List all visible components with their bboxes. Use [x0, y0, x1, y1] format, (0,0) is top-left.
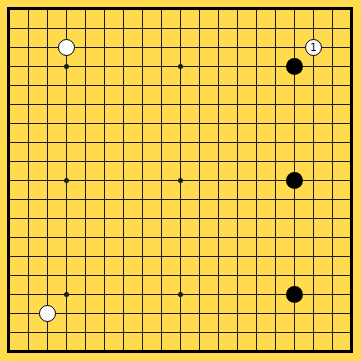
board-intersection[interactable] — [323, 152, 342, 171]
board-intersection[interactable] — [152, 19, 171, 38]
board-intersection[interactable] — [209, 133, 228, 152]
board-intersection[interactable] — [342, 0, 361, 19]
board-intersection[interactable] — [228, 228, 247, 247]
board-intersection[interactable] — [133, 171, 152, 190]
board-intersection[interactable] — [133, 95, 152, 114]
board-intersection[interactable] — [0, 247, 19, 266]
board-intersection[interactable] — [133, 133, 152, 152]
board-intersection[interactable] — [114, 57, 133, 76]
board-intersection[interactable] — [19, 304, 38, 323]
board-intersection[interactable] — [228, 247, 247, 266]
board-intersection[interactable] — [133, 266, 152, 285]
board-intersection[interactable] — [171, 209, 190, 228]
board-intersection[interactable] — [228, 285, 247, 304]
board-intersection[interactable] — [19, 57, 38, 76]
board-intersection[interactable] — [19, 190, 38, 209]
board-intersection[interactable] — [57, 228, 76, 247]
board-intersection[interactable] — [152, 266, 171, 285]
board-intersection[interactable] — [57, 152, 76, 171]
board-intersection[interactable] — [228, 304, 247, 323]
board-intersection[interactable] — [323, 190, 342, 209]
board-intersection[interactable] — [304, 285, 323, 304]
board-intersection[interactable] — [209, 57, 228, 76]
board-intersection[interactable] — [95, 342, 114, 361]
board-intersection[interactable] — [152, 342, 171, 361]
board-intersection[interactable] — [304, 171, 323, 190]
board-intersection[interactable] — [114, 95, 133, 114]
board-intersection[interactable] — [171, 228, 190, 247]
board-intersection[interactable] — [57, 247, 76, 266]
board-intersection[interactable] — [266, 209, 285, 228]
board-intersection[interactable] — [152, 228, 171, 247]
board-intersection[interactable] — [133, 19, 152, 38]
board-intersection[interactable] — [285, 76, 304, 95]
board-intersection[interactable] — [38, 266, 57, 285]
board-intersection[interactable] — [76, 209, 95, 228]
board-intersection[interactable] — [247, 285, 266, 304]
board-intersection[interactable] — [19, 266, 38, 285]
board-intersection[interactable] — [228, 209, 247, 228]
board-intersection[interactable] — [19, 323, 38, 342]
board-intersection[interactable] — [0, 304, 19, 323]
board-intersection[interactable] — [95, 57, 114, 76]
board-intersection[interactable] — [304, 95, 323, 114]
board-intersection[interactable] — [304, 190, 323, 209]
board-intersection[interactable] — [133, 285, 152, 304]
board-intersection[interactable] — [190, 266, 209, 285]
board-intersection[interactable] — [152, 323, 171, 342]
board-intersection[interactable] — [38, 38, 57, 57]
board-intersection[interactable] — [190, 342, 209, 361]
board-intersection[interactable] — [247, 190, 266, 209]
board-intersection[interactable] — [285, 95, 304, 114]
board-intersection[interactable] — [38, 209, 57, 228]
board-intersection[interactable] — [152, 38, 171, 57]
board-intersection[interactable] — [38, 171, 57, 190]
board-intersection[interactable] — [266, 114, 285, 133]
board-intersection[interactable] — [342, 19, 361, 38]
board-intersection[interactable] — [0, 323, 19, 342]
board-intersection[interactable] — [57, 95, 76, 114]
board-intersection[interactable] — [323, 38, 342, 57]
board-intersection[interactable] — [190, 152, 209, 171]
board-intersection[interactable] — [38, 19, 57, 38]
board-intersection[interactable] — [133, 38, 152, 57]
board-intersection[interactable] — [323, 209, 342, 228]
board-intersection[interactable] — [57, 114, 76, 133]
board-intersection[interactable] — [171, 171, 190, 190]
board-intersection[interactable] — [57, 266, 76, 285]
board-intersection[interactable] — [95, 95, 114, 114]
board-intersection[interactable] — [323, 76, 342, 95]
board-intersection[interactable] — [209, 0, 228, 19]
board-intersection[interactable] — [171, 95, 190, 114]
board-intersection[interactable] — [38, 285, 57, 304]
board-intersection[interactable] — [114, 152, 133, 171]
board-intersection[interactable] — [114, 38, 133, 57]
board-intersection[interactable] — [342, 342, 361, 361]
board-intersection[interactable] — [209, 38, 228, 57]
board-intersection[interactable] — [95, 266, 114, 285]
board-intersection[interactable] — [285, 209, 304, 228]
board-intersection[interactable] — [266, 228, 285, 247]
board-intersection[interactable] — [95, 323, 114, 342]
board-intersection[interactable] — [95, 152, 114, 171]
board-intersection[interactable] — [133, 152, 152, 171]
board-intersection[interactable] — [342, 152, 361, 171]
board-intersection[interactable] — [19, 76, 38, 95]
board-intersection[interactable] — [190, 285, 209, 304]
board-intersection[interactable] — [133, 323, 152, 342]
board-intersection[interactable] — [285, 323, 304, 342]
board-intersection[interactable] — [95, 38, 114, 57]
board-intersection[interactable] — [323, 228, 342, 247]
board-intersection[interactable] — [95, 19, 114, 38]
board-intersection[interactable] — [342, 304, 361, 323]
board-intersection[interactable] — [266, 285, 285, 304]
board-intersection[interactable] — [171, 152, 190, 171]
board-intersection[interactable] — [342, 114, 361, 133]
board-intersection[interactable] — [285, 38, 304, 57]
board-intersection[interactable] — [95, 190, 114, 209]
board-intersection[interactable] — [209, 152, 228, 171]
board-intersection[interactable] — [114, 133, 133, 152]
board-intersection[interactable] — [342, 57, 361, 76]
board-intersection[interactable] — [285, 304, 304, 323]
board-intersection[interactable] — [19, 247, 38, 266]
board-intersection[interactable] — [133, 0, 152, 19]
board-intersection[interactable] — [38, 152, 57, 171]
board-intersection[interactable] — [190, 38, 209, 57]
board-intersection[interactable] — [247, 76, 266, 95]
board-intersection[interactable] — [171, 76, 190, 95]
board-intersection[interactable] — [114, 19, 133, 38]
board-intersection[interactable] — [228, 323, 247, 342]
board-intersection[interactable] — [76, 285, 95, 304]
board-intersection[interactable] — [323, 323, 342, 342]
board-intersection[interactable] — [171, 342, 190, 361]
board-intersection[interactable] — [95, 304, 114, 323]
board-intersection[interactable] — [285, 19, 304, 38]
board-intersection[interactable] — [0, 342, 19, 361]
board-intersection[interactable] — [285, 152, 304, 171]
board-intersection[interactable] — [76, 57, 95, 76]
board-intersection[interactable] — [57, 285, 76, 304]
board-intersection[interactable] — [228, 95, 247, 114]
board-intersection[interactable] — [209, 209, 228, 228]
board-intersection[interactable] — [228, 266, 247, 285]
board-intersection[interactable] — [266, 95, 285, 114]
board-intersection[interactable] — [266, 133, 285, 152]
board-intersection[interactable] — [133, 304, 152, 323]
board-intersection[interactable] — [342, 190, 361, 209]
board-intersection[interactable] — [304, 209, 323, 228]
board-intersection[interactable] — [57, 323, 76, 342]
board-intersection[interactable] — [19, 95, 38, 114]
board-intersection[interactable] — [0, 285, 19, 304]
board-intersection[interactable] — [0, 266, 19, 285]
board-intersection[interactable] — [133, 190, 152, 209]
board-intersection[interactable] — [76, 152, 95, 171]
board-intersection[interactable] — [342, 266, 361, 285]
board-intersection[interactable] — [190, 190, 209, 209]
board-intersection[interactable] — [0, 228, 19, 247]
board-intersection[interactable] — [190, 228, 209, 247]
board-intersection[interactable] — [114, 114, 133, 133]
board-intersection[interactable] — [190, 247, 209, 266]
board-intersection[interactable] — [57, 190, 76, 209]
board-intersection[interactable] — [171, 285, 190, 304]
board-intersection[interactable] — [304, 19, 323, 38]
board-intersection[interactable] — [95, 76, 114, 95]
board-intersection[interactable] — [152, 114, 171, 133]
board-intersection[interactable] — [209, 190, 228, 209]
board-intersection[interactable] — [247, 323, 266, 342]
board-intersection[interactable] — [152, 247, 171, 266]
board-intersection[interactable] — [323, 171, 342, 190]
board-intersection[interactable] — [323, 95, 342, 114]
board-intersection[interactable] — [247, 95, 266, 114]
board-intersection[interactable] — [171, 114, 190, 133]
board-intersection[interactable] — [247, 38, 266, 57]
board-intersection[interactable] — [38, 228, 57, 247]
board-intersection[interactable] — [0, 19, 19, 38]
board-intersection[interactable] — [95, 114, 114, 133]
board-intersection[interactable] — [323, 133, 342, 152]
board-intersection[interactable] — [38, 342, 57, 361]
board-intersection[interactable] — [209, 76, 228, 95]
board-intersection[interactable] — [209, 171, 228, 190]
board-intersection[interactable] — [209, 95, 228, 114]
board-intersection[interactable] — [285, 190, 304, 209]
board-intersection[interactable] — [209, 19, 228, 38]
board-intersection[interactable] — [228, 19, 247, 38]
board-intersection[interactable] — [266, 76, 285, 95]
board-intersection[interactable] — [19, 342, 38, 361]
board-intersection[interactable] — [190, 323, 209, 342]
board-intersection[interactable] — [95, 285, 114, 304]
board-intersection[interactable] — [152, 95, 171, 114]
board-intersection[interactable] — [57, 76, 76, 95]
board-intersection[interactable] — [152, 133, 171, 152]
board-intersection[interactable] — [152, 76, 171, 95]
board-intersection[interactable] — [190, 114, 209, 133]
board-intersection[interactable] — [323, 57, 342, 76]
board-intersection[interactable] — [38, 323, 57, 342]
board-intersection[interactable] — [228, 0, 247, 19]
board-intersection[interactable] — [19, 152, 38, 171]
board-intersection[interactable] — [114, 76, 133, 95]
board-intersection[interactable] — [38, 133, 57, 152]
board-intersection[interactable] — [266, 152, 285, 171]
board-intersection[interactable] — [323, 266, 342, 285]
board-intersection[interactable] — [114, 0, 133, 19]
board-intersection[interactable] — [266, 247, 285, 266]
board-intersection[interactable] — [228, 133, 247, 152]
board-intersection[interactable] — [304, 57, 323, 76]
board-intersection[interactable] — [304, 0, 323, 19]
board-intersection[interactable] — [285, 228, 304, 247]
board-intersection[interactable] — [266, 171, 285, 190]
board-intersection[interactable] — [209, 342, 228, 361]
board-intersection[interactable] — [171, 247, 190, 266]
board-intersection[interactable] — [57, 171, 76, 190]
board-intersection[interactable] — [57, 342, 76, 361]
board-intersection[interactable] — [95, 228, 114, 247]
board-intersection[interactable] — [114, 209, 133, 228]
board-intersection[interactable] — [228, 152, 247, 171]
board-intersection[interactable] — [133, 247, 152, 266]
board-intersection[interactable] — [0, 95, 19, 114]
board-intersection[interactable] — [190, 171, 209, 190]
board-intersection[interactable] — [266, 323, 285, 342]
board-intersection[interactable] — [57, 0, 76, 19]
board-intersection[interactable] — [171, 323, 190, 342]
board-intersection[interactable] — [114, 304, 133, 323]
board-intersection[interactable] — [171, 0, 190, 19]
board-intersection[interactable] — [304, 152, 323, 171]
board-intersection[interactable] — [266, 342, 285, 361]
board-intersection[interactable] — [19, 0, 38, 19]
board-intersection[interactable] — [247, 114, 266, 133]
board-intersection[interactable] — [95, 209, 114, 228]
board-intersection[interactable] — [95, 171, 114, 190]
board-intersection[interactable] — [19, 228, 38, 247]
board-intersection[interactable] — [190, 76, 209, 95]
board-intersection[interactable] — [152, 0, 171, 19]
board-intersection[interactable] — [247, 57, 266, 76]
board-intersection[interactable] — [171, 190, 190, 209]
board-intersection[interactable] — [323, 247, 342, 266]
board-intersection[interactable] — [171, 304, 190, 323]
board-intersection[interactable] — [190, 57, 209, 76]
board-intersection[interactable] — [0, 114, 19, 133]
board-intersection[interactable] — [0, 76, 19, 95]
board-intersection[interactable] — [0, 133, 19, 152]
board-intersection[interactable] — [228, 57, 247, 76]
board-intersection[interactable] — [76, 228, 95, 247]
board-intersection[interactable] — [266, 266, 285, 285]
board-intersection[interactable] — [304, 323, 323, 342]
board-intersection[interactable] — [342, 247, 361, 266]
board-intersection[interactable] — [247, 19, 266, 38]
board-intersection[interactable] — [38, 0, 57, 19]
board-intersection[interactable] — [133, 228, 152, 247]
board-intersection[interactable] — [57, 133, 76, 152]
board-intersection[interactable] — [247, 247, 266, 266]
board-intersection[interactable] — [342, 228, 361, 247]
board-intersection[interactable] — [76, 76, 95, 95]
board-intersection[interactable] — [190, 19, 209, 38]
board-intersection[interactable] — [76, 323, 95, 342]
board-intersection[interactable] — [190, 304, 209, 323]
board-intersection[interactable] — [285, 0, 304, 19]
board-intersection[interactable] — [171, 133, 190, 152]
board-intersection[interactable] — [133, 114, 152, 133]
board-intersection[interactable] — [57, 304, 76, 323]
board-intersection[interactable] — [342, 38, 361, 57]
board-intersection[interactable] — [133, 342, 152, 361]
board-intersection[interactable] — [76, 19, 95, 38]
board-intersection[interactable] — [209, 285, 228, 304]
board-intersection[interactable] — [114, 323, 133, 342]
board-intersection[interactable] — [0, 171, 19, 190]
board-intersection[interactable] — [171, 19, 190, 38]
board-intersection[interactable] — [342, 76, 361, 95]
board-intersection[interactable] — [95, 133, 114, 152]
board-intersection[interactable] — [152, 152, 171, 171]
board-intersection[interactable] — [0, 38, 19, 57]
board-intersection[interactable] — [342, 133, 361, 152]
board-intersection[interactable] — [266, 19, 285, 38]
board-intersection[interactable] — [228, 190, 247, 209]
board-intersection[interactable] — [342, 209, 361, 228]
board-intersection[interactable] — [285, 266, 304, 285]
board-intersection[interactable] — [76, 247, 95, 266]
board-intersection[interactable] — [342, 323, 361, 342]
board-intersection[interactable] — [228, 114, 247, 133]
board-intersection[interactable] — [0, 152, 19, 171]
board-intersection[interactable] — [19, 209, 38, 228]
board-intersection[interactable] — [247, 171, 266, 190]
board-intersection[interactable] — [76, 0, 95, 19]
board-intersection[interactable] — [0, 0, 19, 19]
board-intersection[interactable] — [76, 171, 95, 190]
board-intersection[interactable] — [304, 76, 323, 95]
board-intersection[interactable] — [266, 304, 285, 323]
board-intersection[interactable] — [57, 19, 76, 38]
board-intersection[interactable] — [76, 266, 95, 285]
board-intersection[interactable] — [323, 342, 342, 361]
board-intersection[interactable] — [323, 304, 342, 323]
board-intersection[interactable] — [19, 38, 38, 57]
board-intersection[interactable] — [247, 266, 266, 285]
board-intersection[interactable] — [76, 95, 95, 114]
board-intersection[interactable] — [247, 342, 266, 361]
board-intersection[interactable] — [95, 247, 114, 266]
board-intersection[interactable] — [247, 209, 266, 228]
board-intersection[interactable] — [19, 114, 38, 133]
board-intersection[interactable] — [190, 133, 209, 152]
board-intersection[interactable] — [19, 133, 38, 152]
board-intersection[interactable] — [133, 57, 152, 76]
board-intersection[interactable] — [152, 171, 171, 190]
board-intersection[interactable] — [266, 57, 285, 76]
board-intersection[interactable] — [247, 0, 266, 19]
board-intersection[interactable] — [304, 304, 323, 323]
board-intersection[interactable] — [190, 95, 209, 114]
board-intersection[interactable] — [133, 76, 152, 95]
board-intersection[interactable] — [152, 304, 171, 323]
board-intersection[interactable] — [19, 19, 38, 38]
board-intersection[interactable] — [323, 0, 342, 19]
board-intersection[interactable] — [38, 57, 57, 76]
board-intersection[interactable] — [323, 285, 342, 304]
board-intersection[interactable] — [171, 38, 190, 57]
board-intersection[interactable] — [114, 285, 133, 304]
board-intersection[interactable] — [323, 19, 342, 38]
board-intersection[interactable] — [228, 38, 247, 57]
board-intersection[interactable] — [114, 190, 133, 209]
board-intersection[interactable] — [323, 114, 342, 133]
board-intersection[interactable] — [38, 190, 57, 209]
board-intersection[interactable] — [209, 304, 228, 323]
board-intersection[interactable] — [209, 323, 228, 342]
board-intersection[interactable] — [171, 57, 190, 76]
board-intersection[interactable] — [190, 209, 209, 228]
board-intersection[interactable] — [266, 0, 285, 19]
board-intersection[interactable] — [152, 190, 171, 209]
